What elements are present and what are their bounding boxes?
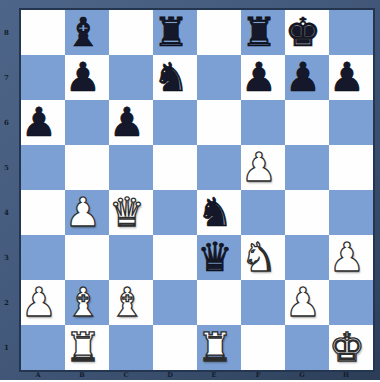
piece-white-king[interactable]: ♚ [329,325,365,370]
piece-black-knight[interactable]: ♞ [153,55,189,100]
square-b2[interactable]: ♝ [65,280,109,325]
file-label-g: G [280,370,324,380]
square-g8[interactable]: ♚ [285,10,329,55]
square-a4[interactable] [21,190,65,235]
square-b1[interactable]: ♜ [65,325,109,370]
square-f6[interactable] [241,100,285,145]
piece-black-rook[interactable]: ♜ [241,10,277,55]
square-h7[interactable]: ♟ [329,55,373,100]
rank-label-4: 4 [0,190,19,235]
square-f8[interactable]: ♜ [241,10,285,55]
piece-black-bishop[interactable]: ♝ [65,10,101,55]
file-label-h: H [324,370,368,380]
square-h8[interactable] [329,10,373,55]
piece-black-king[interactable]: ♚ [285,10,321,55]
file-label-c: C [104,370,148,380]
square-h6[interactable] [329,100,373,145]
square-d5[interactable] [153,145,197,190]
square-g6[interactable] [285,100,329,145]
piece-white-rook[interactable]: ♜ [197,325,233,370]
square-g4[interactable] [285,190,329,235]
square-c8[interactable] [109,10,153,55]
piece-white-pawn[interactable]: ♟ [285,280,321,325]
square-f7[interactable]: ♟ [241,55,285,100]
square-h1[interactable]: ♚ [329,325,373,370]
square-d4[interactable] [153,190,197,235]
board-frame: 87654321 ♝♜♜♚♟♞♟♟♟♟♟♟♟♛♞♛♞♟♟♝♝♟♜♜♚ ABCDE… [0,0,380,380]
square-h3[interactable]: ♟ [329,235,373,280]
square-c1[interactable] [109,325,153,370]
square-c2[interactable]: ♝ [109,280,153,325]
piece-black-queen[interactable]: ♛ [197,235,233,280]
square-f3[interactable]: ♞ [241,235,285,280]
square-g7[interactable]: ♟ [285,55,329,100]
square-f4[interactable] [241,190,285,235]
square-c5[interactable] [109,145,153,190]
piece-white-pawn[interactable]: ♟ [241,145,277,190]
square-a8[interactable] [21,10,65,55]
file-label-a: A [16,370,60,380]
square-d2[interactable] [153,280,197,325]
piece-black-pawn[interactable]: ♟ [329,55,365,100]
square-g5[interactable] [285,145,329,190]
square-e2[interactable] [197,280,241,325]
square-a5[interactable] [21,145,65,190]
file-labels: ABCDEFGH [21,370,373,380]
square-b5[interactable] [65,145,109,190]
square-d6[interactable] [153,100,197,145]
rank-labels: 87654321 [0,10,19,370]
square-c7[interactable] [109,55,153,100]
piece-black-rook[interactable]: ♜ [153,10,189,55]
square-d8[interactable]: ♜ [153,10,197,55]
square-c6[interactable]: ♟ [109,100,153,145]
square-e4[interactable]: ♞ [197,190,241,235]
piece-black-knight[interactable]: ♞ [197,190,233,235]
piece-white-pawn[interactable]: ♟ [329,235,365,280]
square-b7[interactable]: ♟ [65,55,109,100]
rank-label-1: 1 [0,325,19,370]
rank-label-3: 3 [0,235,19,280]
square-b6[interactable] [65,100,109,145]
piece-black-pawn[interactable]: ♟ [65,55,101,100]
rank-label-5: 5 [0,145,19,190]
square-e3[interactable]: ♛ [197,235,241,280]
square-c4[interactable]: ♛ [109,190,153,235]
square-h5[interactable] [329,145,373,190]
piece-white-bishop[interactable]: ♝ [65,280,101,325]
piece-black-pawn[interactable]: ♟ [285,55,321,100]
piece-white-pawn[interactable]: ♟ [65,190,101,235]
chessboard[interactable]: ♝♜♜♚♟♞♟♟♟♟♟♟♟♛♞♛♞♟♟♝♝♟♜♜♚ [19,8,375,372]
square-a3[interactable] [21,235,65,280]
file-label-b: B [60,370,104,380]
piece-black-pawn[interactable]: ♟ [109,100,145,145]
square-f5[interactable]: ♟ [241,145,285,190]
file-label-e: E [192,370,236,380]
square-a7[interactable] [21,55,65,100]
rank-label-6: 6 [0,100,19,145]
square-h2[interactable] [329,280,373,325]
square-e8[interactable] [197,10,241,55]
file-label-d: D [148,370,192,380]
square-a2[interactable]: ♟ [21,280,65,325]
square-b3[interactable] [65,235,109,280]
piece-black-pawn[interactable]: ♟ [241,55,277,100]
square-g1[interactable] [285,325,329,370]
square-b8[interactable]: ♝ [65,10,109,55]
square-g3[interactable] [285,235,329,280]
rank-label-2: 2 [0,280,19,325]
piece-white-rook[interactable]: ♜ [65,325,101,370]
square-c3[interactable] [109,235,153,280]
square-f1[interactable] [241,325,285,370]
square-g2[interactable]: ♟ [285,280,329,325]
square-d3[interactable] [153,235,197,280]
square-e5[interactable] [197,145,241,190]
rank-label-8: 8 [0,10,19,55]
file-label-f: F [236,370,280,380]
rank-label-7: 7 [0,55,19,100]
square-h4[interactable] [329,190,373,235]
square-e1[interactable]: ♜ [197,325,241,370]
square-d1[interactable] [153,325,197,370]
square-f2[interactable] [241,280,285,325]
piece-white-bishop[interactable]: ♝ [109,280,145,325]
piece-white-queen[interactable]: ♛ [109,190,145,235]
square-a1[interactable] [21,325,65,370]
piece-black-pawn[interactable]: ♟ [21,100,57,145]
square-d7[interactable]: ♞ [153,55,197,100]
piece-white-knight[interactable]: ♞ [241,235,277,280]
piece-white-pawn[interactable]: ♟ [21,280,57,325]
square-e7[interactable] [197,55,241,100]
square-b4[interactable]: ♟ [65,190,109,235]
square-a6[interactable]: ♟ [21,100,65,145]
square-e6[interactable] [197,100,241,145]
